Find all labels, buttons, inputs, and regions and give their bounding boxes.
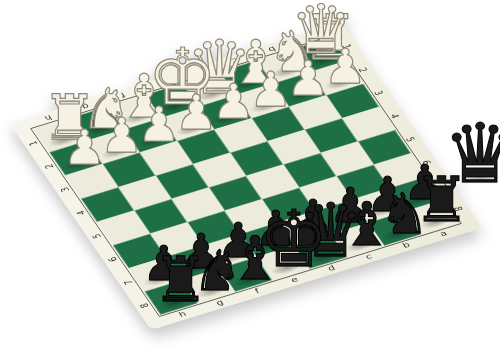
- extra-white-queen-shadow: [306, 43, 336, 55]
- vinyl-roll-up-board: ♜♞♝♚♛♝♞♜♟♟♟♟♟♟♟♟♟♟♟♟♟♟♟♟♜♞♝♚♛♝♞♜ hgfedcb…: [10, 22, 482, 330]
- chess-set-product-photo: ♜♞♝♚♛♝♞♜♟♟♟♟♟♟♟♟♟♟♟♟♟♟♟♟♜♞♝♚♛♝♞♜ hgfedcb…: [0, 0, 500, 351]
- board-squares: ♜♞♝♚♛♝♞♜♟♟♟♟♟♟♟♟♟♟♟♟♟♟♟♟♜♞♝♚♛♝♞♜: [33, 37, 458, 314]
- board-shadow: ♜♞♝♚♛♝♞♜♟♟♟♟♟♟♟♟♟♟♟♟♟♟♟♟♜♞♝♚♛♝♞♜ hgfedcb…: [0, 0, 500, 351]
- extra-black-queen-shadow: [462, 171, 498, 183]
